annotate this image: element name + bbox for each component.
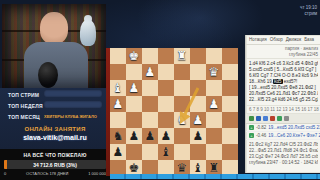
square-h7[interactable]: ♟: [110, 144, 126, 160]
square-f1[interactable]: [142, 48, 158, 64]
panel-header: партия · анализглубина 22/45: [246, 45, 320, 59]
engine-move-line[interactable]: 19...Сe6 20.Кxe7+ Фxe7 21.Фc3: [268, 133, 320, 138]
top-week-field[interactable]: [44, 101, 102, 108]
square-b7[interactable]: [206, 144, 222, 160]
square-e7[interactable]: ♝: [158, 144, 174, 160]
vignette: [2, 4, 106, 88]
sidebar: ТОП СТРИМ ТОП НЕДЕЛЯ ТОП МЕСЯЦ ХЕЙТЕРЫ К…: [0, 88, 110, 149]
donation-days-left: ОСТАЛОСЬ 178 ДНЕЙ: [26, 171, 68, 176]
notation-line[interactable]: 22...Кf5 23.g4 Кd6 24.h5 g5 25.Сg2: [249, 97, 318, 103]
book-icon[interactable]: [256, 116, 261, 121]
square-f4[interactable]: [142, 96, 158, 112]
square-a1[interactable]: [222, 48, 238, 64]
square-b6[interactable]: [206, 128, 222, 144]
square-f3[interactable]: [142, 80, 158, 96]
square-g1[interactable]: ♚: [126, 48, 142, 64]
white-pawn[interactable]: ♟: [113, 96, 124, 112]
square-h2[interactable]: [110, 64, 126, 80]
analysis-panel: НотацияОбзорДвижокБаза партия · анализгл…: [245, 35, 320, 173]
square-f7[interactable]: [142, 144, 158, 160]
variation-lines[interactable]: 21.Фc2 Кg7 22.Лd4 Сf5 23.Фd2 Лbd822...Фa…: [246, 140, 320, 168]
white-pawn[interactable]: ♟: [209, 96, 220, 112]
white-queen[interactable]: ♛: [209, 64, 220, 80]
white-pawn[interactable]: ♟: [145, 64, 156, 80]
top-week-row: ТОП НЕДЕЛЯ: [8, 101, 43, 110]
schedule-text: чт 19:10стрим: [300, 5, 317, 17]
black-bishop[interactable]: ♝: [161, 144, 172, 160]
white-rook[interactable]: ♜: [177, 48, 188, 64]
black-pawn[interactable]: ♟: [129, 128, 140, 144]
square-d5[interactable]: ♞: [174, 112, 190, 128]
white-pawn[interactable]: ♟: [129, 80, 140, 96]
webcam-view: [2, 4, 106, 88]
square-f5[interactable]: [142, 112, 158, 128]
engine-line-row[interactable]: +-0.8219...exd5 20.Лxd5 cxd5 21.Фb3: [246, 124, 320, 132]
variation-line[interactable]: глубина 23/47 · 00:14:52 · 1842 kN/s: [249, 160, 318, 166]
black-knight[interactable]: ♞: [113, 128, 124, 144]
donation-amount: 34 712.6 RUB (3%): [4, 162, 106, 168]
panel-header-line: глубина 22/45: [249, 52, 318, 58]
square-g3[interactable]: ♟: [126, 80, 142, 96]
chess-board[interactable]: ♚♜♟♛♝♟♟♟♞♟♞♟♟♟♟♟♝♚♛♝♜: [110, 48, 238, 176]
settings-icon[interactable]: [284, 116, 289, 121]
tab-Движок[interactable]: Движок: [286, 37, 301, 42]
black-pawn[interactable]: ♟: [145, 128, 156, 144]
tab-Нотация[interactable]: Нотация: [249, 37, 267, 42]
square-d7[interactable]: [174, 144, 190, 160]
donation-goal: НА ВСЁ ЧТО ПОЖЕЛАЮ 34 712.6 RUB (3%) 0 О…: [0, 149, 110, 180]
square-a6[interactable]: [222, 128, 238, 144]
square-h4[interactable]: ♟: [110, 96, 126, 112]
tab-База[interactable]: База: [304, 37, 314, 42]
white-pawn[interactable]: ♟: [193, 112, 204, 128]
square-c5[interactable]: ♟: [190, 112, 206, 128]
top-month-value: ХЕЙТЕРЫ КЛУБА ЖИГАЛО: [44, 114, 97, 119]
square-a3[interactable]: [222, 80, 238, 96]
add-line-icon[interactable]: +: [249, 133, 254, 138]
move-number-ruler[interactable]: 6 7 8 9 10 11 12 13 14 15 16 17 18 19 20…: [246, 105, 320, 114]
square-a2[interactable]: [222, 64, 238, 80]
square-f2[interactable]: ♟: [142, 64, 158, 80]
square-g4[interactable]: [126, 96, 142, 112]
donation-title: НА ВСЁ ЧТО ПОЖЕЛАЮ: [0, 152, 110, 158]
engine-icon[interactable]: [249, 116, 254, 121]
black-pawn[interactable]: ♟: [161, 128, 172, 144]
square-d4[interactable]: [174, 96, 190, 112]
panel-tabs: НотацияОбзорДвижокБаза: [246, 35, 320, 45]
square-c7[interactable]: [190, 144, 206, 160]
square-h6[interactable]: ♞: [110, 128, 126, 144]
square-c4[interactable]: [190, 96, 206, 112]
square-h3[interactable]: ♝: [110, 80, 126, 96]
square-f6[interactable]: ♟: [142, 128, 158, 144]
square-d1[interactable]: ♜: [174, 48, 190, 64]
contact-email[interactable]: slava-vitik@mail.ru: [0, 134, 110, 141]
top-stream-label: ТОП СТРИМ: [8, 92, 39, 98]
top-stream-row: ТОП СТРИМ: [8, 90, 39, 99]
square-d2[interactable]: [174, 64, 190, 80]
timeline-bar[interactable]: [110, 174, 320, 179]
square-d3[interactable]: [174, 80, 190, 96]
square-b5[interactable]: [206, 112, 222, 128]
square-c6[interactable]: ♟: [190, 128, 206, 144]
black-pawn[interactable]: ♟: [193, 128, 204, 144]
stream-frame: чт 19:10стрим ТОП СТРИМ ТОП НЕДЕЛЯ ТОП М…: [0, 0, 320, 180]
square-g2[interactable]: [126, 64, 142, 80]
stop-icon[interactable]: [270, 116, 275, 121]
white-king[interactable]: ♚: [129, 48, 140, 64]
square-d6[interactable]: [174, 128, 190, 144]
donation-min: 0: [4, 171, 6, 176]
donation-progress-bar: 34 712.6 RUB (3%): [4, 160, 106, 169]
square-e3[interactable]: [158, 80, 174, 96]
square-e1[interactable]: [158, 48, 174, 64]
square-e6[interactable]: ♟: [158, 128, 174, 144]
square-b3[interactable]: [206, 80, 222, 96]
top-stream-field[interactable]: [44, 90, 102, 97]
top-month-row: ТОП МЕСЯЦ: [8, 112, 40, 121]
panel-toolbar: [246, 114, 320, 124]
engine-line-row[interactable]: +-0.4619...Сe6 20.Кxe7+ Фxe7 21.Фc3: [246, 132, 320, 140]
donation-footer: 0 ОСТАЛОСЬ 178 ДНЕЙ 1 000 000: [4, 171, 106, 176]
square-b4[interactable]: ♟: [206, 96, 222, 112]
square-e5[interactable]: [158, 112, 174, 128]
square-e4[interactable]: [158, 96, 174, 112]
square-a4[interactable]: [222, 96, 238, 112]
white-knight[interactable]: ♞: [177, 112, 188, 128]
selected-move[interactable]: Кd5: [273, 79, 283, 84]
square-g5[interactable]: [126, 112, 142, 128]
square-e2[interactable]: [158, 64, 174, 80]
engine-eval: -0.82: [256, 125, 266, 130]
online-lessons-title: ОНЛАЙН ЗАНЯТИЯ: [0, 126, 110, 132]
add-line-icon[interactable]: [277, 116, 282, 121]
top-week-label: ТОП НЕДЕЛЯ: [8, 103, 43, 109]
black-pawn[interactable]: ♟: [113, 144, 124, 160]
tab-Обзор[interactable]: Обзор: [270, 37, 283, 42]
square-h1[interactable]: [110, 48, 126, 64]
engine-lines: +-0.8219...exd5 20.Лxd5 cxd5 21.Фb3+-0.4…: [246, 124, 320, 140]
square-a5[interactable]: [222, 112, 238, 128]
square-b2[interactable]: ♛: [206, 64, 222, 80]
square-g6[interactable]: ♟: [126, 128, 142, 144]
top-month-label: ТОП МЕСЯЦ: [8, 114, 40, 120]
white-bishop[interactable]: ♝: [113, 80, 124, 96]
engine-eval: -0.46: [256, 133, 266, 138]
square-a7[interactable]: [222, 144, 238, 160]
chart-icon[interactable]: [263, 116, 268, 121]
add-line-icon[interactable]: +: [249, 125, 254, 130]
square-g7[interactable]: [126, 144, 142, 160]
notation-area[interactable]: 1.d4 Кf6 2.c4 c6 3.Кc3 d5 4.Фb3 g65.cxd5…: [246, 59, 320, 105]
square-c3[interactable]: [190, 80, 206, 96]
schedule-line: стрим: [300, 11, 317, 17]
square-c1[interactable]: [190, 48, 206, 64]
square-b1[interactable]: [206, 48, 222, 64]
engine-move-line[interactable]: 19...exd5 20.Лxd5 cxd5 21.Фb3: [268, 125, 320, 130]
square-c2[interactable]: [190, 64, 206, 80]
square-h5[interactable]: [110, 112, 126, 128]
donation-max: 1 000 000: [88, 171, 106, 176]
